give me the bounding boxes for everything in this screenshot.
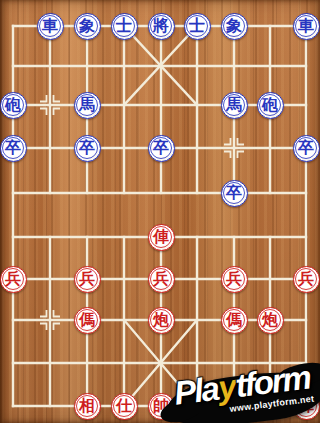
blue-advisor-f0[interactable]: 士 — [184, 13, 211, 40]
blue-elephant-c0[interactable]: 象 — [74, 13, 101, 40]
red-horse-g7[interactable]: 傌 — [221, 307, 248, 334]
piece-glyph: 士 — [189, 18, 205, 34]
piece-glyph: 砲 — [5, 97, 21, 113]
piece-glyph: 俥 — [153, 229, 169, 245]
piece-glyph: 車 — [298, 18, 314, 34]
piece-glyph: 炮 — [262, 312, 278, 328]
blue-cannon-h2[interactable]: 砲 — [257, 92, 284, 119]
red-soldier-a6[interactable]: 兵 — [0, 266, 27, 293]
red-soldier-c6[interactable]: 兵 — [74, 266, 101, 293]
piece-glyph: 兵 — [298, 271, 314, 287]
piece-glyph: 馬 — [226, 97, 242, 113]
xiangqi-board: 車象士將士象車砲馬馬砲卒卒卒卒卒俥兵兵兵兵兵傌炮傌炮相仕帥仕相俥 Playtfo… — [0, 0, 320, 423]
piece-glyph: 傌 — [226, 312, 242, 328]
piece-glyph: 車 — [42, 18, 58, 34]
piece-glyph: 兵 — [5, 271, 21, 287]
blue-soldier-e3[interactable]: 卒 — [148, 135, 175, 162]
blue-horse-c2[interactable]: 馬 — [74, 92, 101, 119]
red-advisor-d9[interactable]: 仕 — [111, 393, 138, 420]
blue-elephant-g0[interactable]: 象 — [221, 13, 248, 40]
red-soldier-i6[interactable]: 兵 — [293, 266, 320, 293]
playtform-watermark: Playtform www.playtform.net — [163, 368, 320, 423]
brand-text-pre: Pla — [172, 370, 220, 412]
blue-chariot-i0[interactable]: 車 — [293, 13, 320, 40]
red-elephant-c9[interactable]: 相 — [74, 393, 101, 420]
piece-glyph: 仕 — [116, 398, 132, 414]
blue-advisor-d0[interactable]: 士 — [111, 13, 138, 40]
blue-general-e0[interactable]: 將 — [148, 13, 175, 40]
piece-glyph: 兵 — [79, 271, 95, 287]
red-chariot-e5[interactable]: 俥 — [148, 224, 175, 251]
piece-glyph: 卒 — [298, 140, 314, 156]
piece-glyph: 象 — [79, 18, 95, 34]
blue-soldier-g4[interactable]: 卒 — [221, 180, 248, 207]
piece-glyph: 象 — [226, 18, 242, 34]
pieces-layer: 車象士將士象車砲馬馬砲卒卒卒卒卒俥兵兵兵兵兵傌炮傌炮相仕帥仕相俥 — [0, 0, 320, 423]
blue-horse-g2[interactable]: 馬 — [221, 92, 248, 119]
piece-glyph: 將 — [153, 18, 169, 34]
piece-glyph: 相 — [79, 398, 95, 414]
piece-glyph: 兵 — [153, 271, 169, 287]
piece-glyph: 卒 — [79, 140, 95, 156]
blue-chariot-b0[interactable]: 車 — [37, 13, 64, 40]
blue-soldier-i3[interactable]: 卒 — [293, 135, 320, 162]
piece-glyph: 卒 — [5, 140, 21, 156]
blue-soldier-a3[interactable]: 卒 — [0, 135, 27, 162]
piece-glyph: 傌 — [79, 312, 95, 328]
blue-cannon-a2[interactable]: 砲 — [0, 92, 27, 119]
piece-glyph: 兵 — [226, 271, 242, 287]
red-horse-c7[interactable]: 傌 — [74, 307, 101, 334]
piece-glyph: 卒 — [226, 185, 242, 201]
piece-glyph: 卒 — [153, 140, 169, 156]
piece-glyph: 炮 — [153, 312, 169, 328]
piece-glyph: 砲 — [262, 97, 278, 113]
red-soldier-g6[interactable]: 兵 — [221, 266, 248, 293]
red-cannon-e7[interactable]: 炮 — [148, 307, 175, 334]
piece-glyph: 馬 — [79, 97, 95, 113]
piece-glyph: 士 — [116, 18, 132, 34]
red-soldier-e6[interactable]: 兵 — [148, 266, 175, 293]
red-cannon-h7[interactable]: 炮 — [257, 307, 284, 334]
blue-soldier-c3[interactable]: 卒 — [74, 135, 101, 162]
